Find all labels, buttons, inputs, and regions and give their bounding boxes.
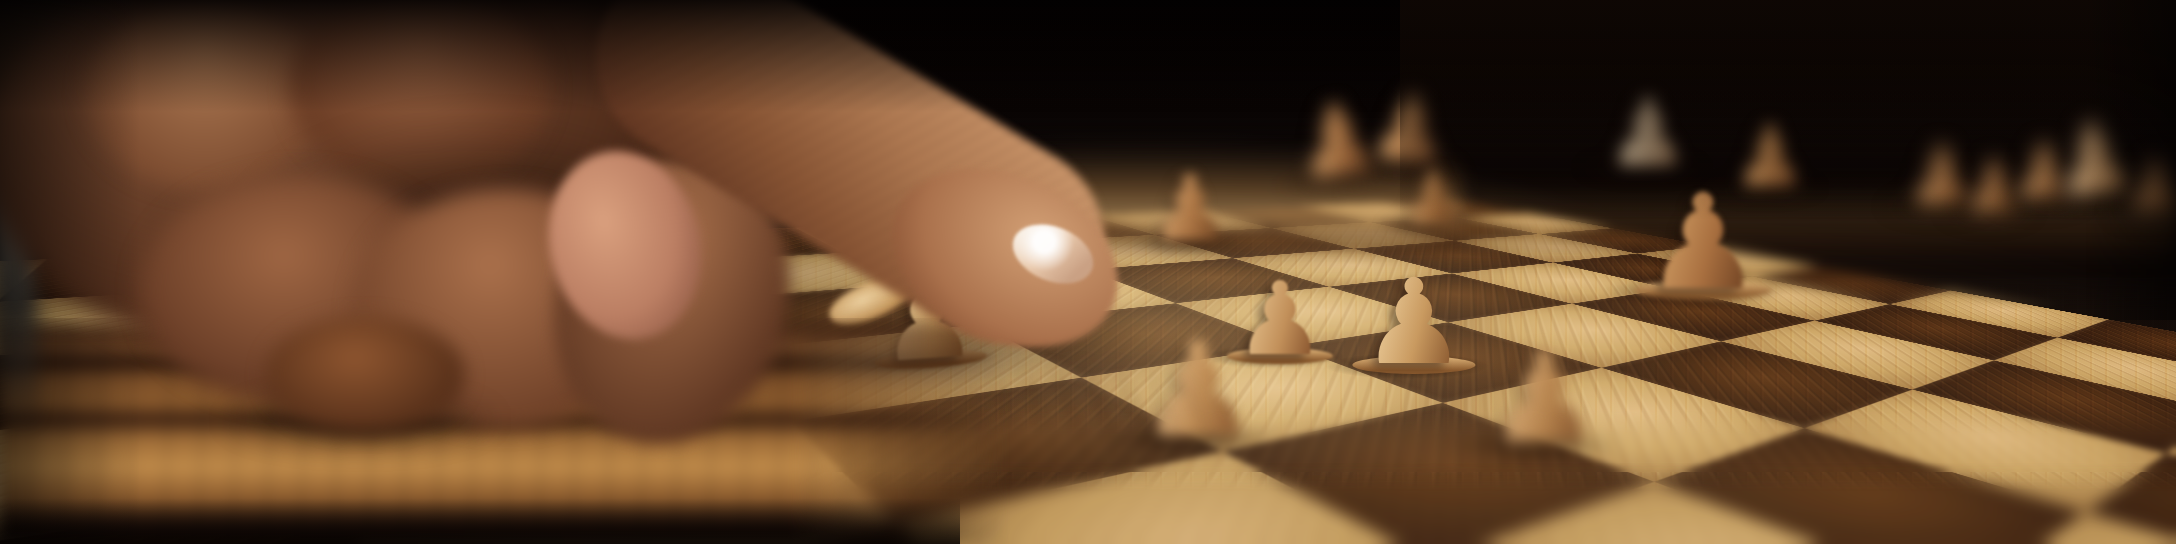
pinky-knuckle bbox=[265, 317, 465, 433]
photo-scene: ♟♟♟♟♟♟♟♟♟♟♟♟♟♟♟♟♟ bbox=[0, 0, 2176, 544]
hand bbox=[0, 0, 2176, 544]
knuckle bbox=[85, 0, 325, 190]
